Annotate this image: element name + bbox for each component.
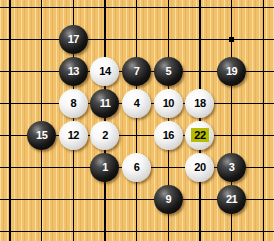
stone-9-black[interactable]: 9 <box>154 185 183 214</box>
stone-13-black[interactable]: 13 <box>59 57 88 86</box>
move-number: 8 <box>71 97 77 109</box>
move-number: 6 <box>134 161 140 173</box>
move-number: 21 <box>226 193 237 205</box>
move-number: 5 <box>165 65 171 77</box>
move-number: 13 <box>68 65 79 77</box>
move-number: 1 <box>102 161 108 173</box>
move-number: 11 <box>100 97 111 109</box>
move-number: 20 <box>194 161 205 173</box>
stone-20-white[interactable]: 20 <box>185 153 214 182</box>
move-number: 12 <box>68 129 79 141</box>
stone-2-white[interactable]: 2 <box>90 121 119 150</box>
stone-3-black[interactable]: 3 <box>217 153 246 182</box>
move-number: 18 <box>194 97 205 109</box>
stone-12-white[interactable]: 12 <box>59 121 88 150</box>
move-number: 7 <box>134 65 140 77</box>
stone-6-white[interactable]: 6 <box>122 153 151 182</box>
board-cells: 12345678910111213141516171819202122 <box>0 0 274 241</box>
stone-10-white[interactable]: 10 <box>154 89 183 118</box>
stone-19-black[interactable]: 19 <box>217 57 246 86</box>
move-number: 3 <box>229 161 235 173</box>
move-number: 9 <box>165 193 171 205</box>
move-number: 15 <box>36 129 47 141</box>
move-number: 16 <box>163 129 174 141</box>
stone-18-white[interactable]: 18 <box>185 89 214 118</box>
stone-5-black[interactable]: 5 <box>154 57 183 86</box>
go-board[interactable]: 12345678910111213141516171819202122 <box>0 0 274 241</box>
move-number: 17 <box>68 33 79 45</box>
star-point-hoshi <box>229 37 234 42</box>
stone-17-black[interactable]: 17 <box>59 25 88 54</box>
stone-8-white[interactable]: 8 <box>59 89 88 118</box>
move-number: 14 <box>99 65 110 77</box>
stone-4-white[interactable]: 4 <box>122 89 151 118</box>
move-number: 10 <box>163 97 174 109</box>
stone-16-white[interactable]: 16 <box>154 121 183 150</box>
stone-1-black[interactable]: 1 <box>90 153 119 182</box>
stone-14-white[interactable]: 14 <box>90 57 119 86</box>
stone-15-black[interactable]: 15 <box>27 121 56 150</box>
move-number: 2 <box>102 129 108 141</box>
stone-22-white[interactable]: 22 <box>185 121 214 150</box>
stone-11-black[interactable]: 11 <box>90 89 119 118</box>
last-move-number-highlight: 22 <box>191 128 208 142</box>
stone-7-black[interactable]: 7 <box>122 57 151 86</box>
move-number: 4 <box>134 97 140 109</box>
move-number: 19 <box>226 65 237 77</box>
stone-21-black[interactable]: 21 <box>217 185 246 214</box>
